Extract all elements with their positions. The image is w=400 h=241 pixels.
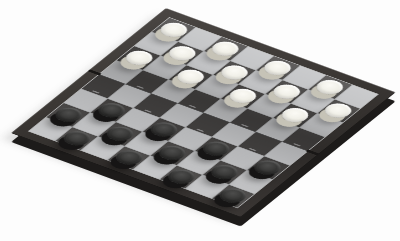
checkers-board [11,8,396,217]
board-photo-scene [0,0,400,241]
hinge-notch [306,150,320,156]
hinge-notch [88,69,102,75]
